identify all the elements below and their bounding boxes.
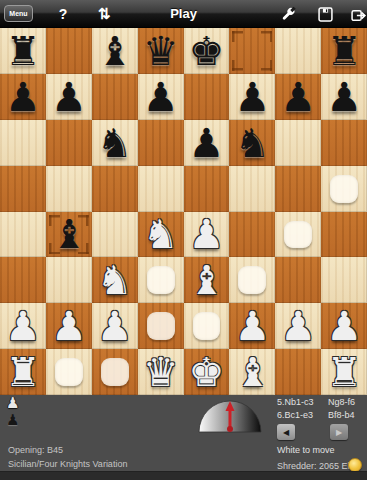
square-e4[interactable]: ♟: [184, 212, 230, 258]
square-f8[interactable]: [229, 28, 275, 74]
white-bishop[interactable]: ♝: [189, 260, 225, 300]
legal-move-indicator-c1[interactable]: [101, 358, 129, 386]
white-pawn[interactable]: ♟: [234, 306, 270, 346]
square-g7[interactable]: ♟: [275, 74, 321, 120]
square-h6[interactable]: [321, 120, 367, 166]
square-a1[interactable]: ♜: [0, 349, 46, 395]
black-pawn[interactable]: ♟: [234, 77, 270, 117]
square-e2[interactable]: [184, 303, 230, 349]
black-rook[interactable]: ♜: [5, 31, 41, 71]
square-e8[interactable]: ♚: [184, 28, 230, 74]
square-d8[interactable]: ♛: [138, 28, 184, 74]
black-pawn[interactable]: ♟: [189, 123, 225, 163]
move-black-5[interactable]: Ng8-f6: [328, 397, 365, 408]
black-pawn[interactable]: ♟: [326, 77, 362, 117]
white-king[interactable]: ♚: [189, 352, 225, 392]
square-g8[interactable]: [275, 28, 321, 74]
square-e1[interactable]: ♚: [184, 349, 230, 395]
square-c5[interactable]: [92, 166, 138, 212]
black-king[interactable]: ♚: [189, 31, 225, 71]
black-bishop[interactable]: ♝: [51, 214, 87, 254]
square-a4[interactable]: [0, 212, 46, 258]
square-d3[interactable]: [138, 257, 184, 303]
move-list[interactable]: 5.Nb1-c3 Ng8-f6 6.Bc1-e3 Bf8-b4: [277, 397, 365, 421]
last-move-highlight-f8: [232, 31, 272, 71]
square-g3[interactable]: [275, 257, 321, 303]
square-b2[interactable]: ♟: [46, 303, 92, 349]
black-bishop[interactable]: ♝: [97, 31, 133, 71]
square-d6[interactable]: [138, 120, 184, 166]
square-h5[interactable]: [321, 166, 367, 212]
help-icon[interactable]: ?: [52, 0, 74, 28]
opening-code: Opening: B45: [8, 445, 63, 455]
back-button[interactable]: ◀: [277, 424, 295, 440]
square-c4[interactable]: [92, 212, 138, 258]
info-panel: ♟ ♟ 5.Nb1-c3 Ng8-f6 6.Bc1: [0, 395, 367, 480]
square-a3[interactable]: [0, 257, 46, 303]
forward-button[interactable]: ▶: [330, 424, 348, 440]
square-b8[interactable]: [46, 28, 92, 74]
square-d5[interactable]: [138, 166, 184, 212]
square-c1[interactable]: [92, 349, 138, 395]
square-e5[interactable]: [184, 166, 230, 212]
black-queen[interactable]: ♛: [143, 31, 179, 71]
black-knight[interactable]: ♞: [97, 123, 133, 163]
square-c3[interactable]: ♞: [92, 257, 138, 303]
captured-black-pawn: ♟: [6, 412, 19, 429]
square-b4[interactable]: ♝: [46, 212, 92, 258]
legal-move-indicator-f3[interactable]: [238, 266, 266, 294]
bottom-strip: [0, 471, 367, 480]
black-knight[interactable]: ♞: [234, 123, 270, 163]
black-pawn[interactable]: ♟: [5, 77, 41, 117]
square-b7[interactable]: ♟: [46, 74, 92, 120]
square-d7[interactable]: ♟: [138, 74, 184, 120]
square-a5[interactable]: [0, 166, 46, 212]
square-f6[interactable]: ♞: [229, 120, 275, 166]
legal-move-indicator-e2[interactable]: [193, 312, 221, 340]
square-g5[interactable]: [275, 166, 321, 212]
square-c2[interactable]: ♟: [92, 303, 138, 349]
legal-move-indicator-d3[interactable]: [147, 266, 175, 294]
white-rook[interactable]: ♜: [5, 352, 41, 392]
square-h2[interactable]: ♟: [321, 303, 367, 349]
shredder-app: Menu ? ⇅ Play: [0, 0, 367, 480]
square-g4[interactable]: [275, 212, 321, 258]
square-b1[interactable]: [46, 349, 92, 395]
square-h4[interactable]: [321, 212, 367, 258]
coin-icon[interactable]: [348, 458, 362, 472]
square-d4[interactable]: ♞: [138, 212, 184, 258]
white-pawn[interactable]: ♟: [5, 306, 41, 346]
square-f4[interactable]: [229, 212, 275, 258]
square-a2[interactable]: ♟: [0, 303, 46, 349]
opening-name: Sicilian/Four Knights Variation: [8, 459, 127, 469]
move-white-6[interactable]: 6.Bc1-e3: [277, 410, 328, 421]
square-f3[interactable]: [229, 257, 275, 303]
black-pawn[interactable]: ♟: [280, 77, 316, 117]
square-g6[interactable]: [275, 120, 321, 166]
square-h8[interactable]: ♜: [321, 28, 367, 74]
white-pawn[interactable]: ♟: [189, 214, 225, 254]
square-b3[interactable]: [46, 257, 92, 303]
square-e6[interactable]: ♟: [184, 120, 230, 166]
save-icon[interactable]: [315, 0, 335, 28]
wrench-icon[interactable]: [278, 0, 298, 28]
square-g2[interactable]: ♟: [275, 303, 321, 349]
white-rook[interactable]: ♜: [326, 352, 362, 392]
square-e3[interactable]: ♝: [184, 257, 230, 303]
up-down-arrows-icon[interactable]: ⇅: [92, 0, 114, 28]
square-h1[interactable]: ♜: [321, 349, 367, 395]
black-pawn[interactable]: ♟: [51, 77, 87, 117]
captured-pieces-tray: ♟ ♟: [6, 395, 19, 429]
square-h3[interactable]: [321, 257, 367, 303]
white-pawn[interactable]: ♟: [97, 306, 133, 346]
square-c7[interactable]: [92, 74, 138, 120]
square-d1[interactable]: ♛: [138, 349, 184, 395]
toolbar: Menu ? ⇅ Play: [0, 0, 367, 28]
evaluation-gauge: [197, 398, 263, 434]
legal-move-indicator-b1[interactable]: [55, 358, 83, 386]
legal-move-indicator-h5[interactable]: [330, 175, 358, 203]
square-f1[interactable]: ♝: [229, 349, 275, 395]
white-knight[interactable]: ♞: [143, 214, 179, 254]
square-a8[interactable]: ♜: [0, 28, 46, 74]
chess-board[interactable]: ♜♝♛♚♜♟♟♟♟♟♟♞♟♞♝♞♟♞♝♟♟♟♟♟♟♜♛♚♝♜: [0, 28, 367, 395]
move-white-5[interactable]: 5.Nb1-c3: [277, 397, 328, 408]
white-queen[interactable]: ♛: [143, 352, 179, 392]
captured-white-pawn: ♟: [6, 395, 19, 412]
square-a6[interactable]: [0, 120, 46, 166]
white-bishop[interactable]: ♝: [234, 352, 270, 392]
black-rook[interactable]: ♜: [326, 31, 362, 71]
legal-move-indicator-d2[interactable]: [147, 312, 175, 340]
square-d2[interactable]: [138, 303, 184, 349]
engine-strength: Shredder: 2065 Elo: [277, 461, 355, 471]
white-knight[interactable]: ♞: [97, 260, 133, 300]
white-pawn[interactable]: ♟: [326, 306, 362, 346]
black-pawn[interactable]: ♟: [143, 77, 179, 117]
menu-button[interactable]: Menu: [4, 5, 33, 22]
square-c8[interactable]: ♝: [92, 28, 138, 74]
move-black-6[interactable]: Bf8-b4: [328, 410, 365, 421]
square-b6[interactable]: [46, 120, 92, 166]
square-h7[interactable]: ♟: [321, 74, 367, 120]
square-b5[interactable]: [46, 166, 92, 212]
share-icon[interactable]: [349, 0, 367, 28]
square-c6[interactable]: ♞: [92, 120, 138, 166]
square-a7[interactable]: ♟: [0, 74, 46, 120]
turn-status: White to move: [277, 445, 335, 455]
square-f7[interactable]: ♟: [229, 74, 275, 120]
square-f2[interactable]: ♟: [229, 303, 275, 349]
square-f5[interactable]: [229, 166, 275, 212]
white-pawn[interactable]: ♟: [280, 306, 316, 346]
square-g1[interactable]: [275, 349, 321, 395]
square-e7[interactable]: [184, 74, 230, 120]
legal-move-indicator-g4[interactable]: [284, 221, 312, 249]
white-pawn[interactable]: ♟: [51, 306, 87, 346]
